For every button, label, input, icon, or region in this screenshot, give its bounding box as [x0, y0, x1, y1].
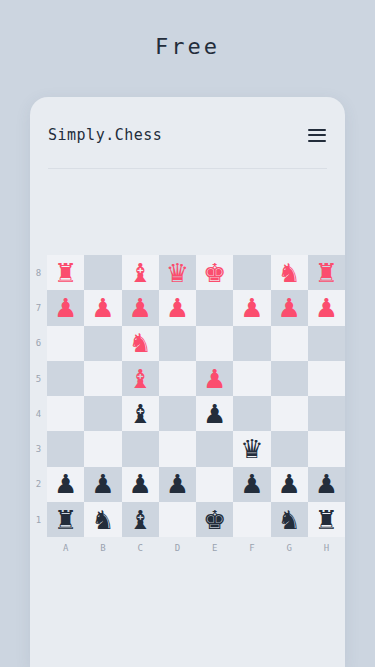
square-c6[interactable]: ♞	[122, 326, 159, 361]
pink-pawn-piece[interactable]: ♟	[203, 366, 226, 392]
square-c4[interactable]: ♝	[122, 396, 159, 431]
file-label-g: G	[271, 537, 308, 556]
square-h8[interactable]: ♜	[308, 255, 345, 290]
dark-queen-piece[interactable]: ♛	[240, 436, 263, 462]
square-f3[interactable]: ♛	[233, 431, 270, 466]
pink-pawn-piece[interactable]: ♟	[91, 295, 114, 321]
rank-label-3: 3	[30, 431, 47, 466]
square-h7[interactable]: ♟	[308, 290, 345, 325]
square-d7[interactable]: ♟	[159, 290, 196, 325]
square-g2[interactable]: ♟	[271, 467, 308, 502]
square-e7[interactable]	[196, 290, 233, 325]
square-f1[interactable]	[233, 502, 270, 537]
square-b6[interactable]	[84, 326, 121, 361]
pink-bishop-piece[interactable]: ♝	[128, 366, 151, 392]
square-d2[interactable]: ♟	[159, 467, 196, 502]
dark-pawn-piece[interactable]: ♟	[277, 471, 300, 497]
menu-button[interactable]	[306, 123, 328, 147]
pink-pawn-piece[interactable]: ♟	[315, 295, 338, 321]
square-d1[interactable]	[159, 502, 196, 537]
header-divider	[48, 168, 327, 169]
square-c1[interactable]: ♝	[122, 502, 159, 537]
pink-king-piece[interactable]: ♚	[203, 260, 226, 286]
square-c3[interactable]	[122, 431, 159, 466]
square-e5[interactable]: ♟	[196, 361, 233, 396]
square-e3[interactable]	[196, 431, 233, 466]
game-card: Simply.Chess 8♜♝♛♚♞♜7♟♟♟♟♟♟♟6♞5♝♟4♝♟3♛2♟…	[30, 97, 345, 667]
dark-rook-piece[interactable]: ♜	[54, 507, 77, 533]
dark-pawn-piece[interactable]: ♟	[54, 471, 77, 497]
file-label-a: A	[47, 537, 84, 556]
file-label-h: H	[308, 537, 345, 556]
pink-pawn-piece[interactable]: ♟	[54, 295, 77, 321]
pink-pawn-piece[interactable]: ♟	[166, 295, 189, 321]
square-g8[interactable]: ♞	[271, 255, 308, 290]
square-c8[interactable]: ♝	[122, 255, 159, 290]
square-d3[interactable]	[159, 431, 196, 466]
pink-knight-piece[interactable]: ♞	[277, 260, 300, 286]
square-a3[interactable]	[47, 431, 84, 466]
square-b7[interactable]: ♟	[84, 290, 121, 325]
square-e2[interactable]	[196, 467, 233, 502]
file-label-b: B	[84, 537, 121, 556]
square-f4[interactable]	[233, 396, 270, 431]
square-e6[interactable]	[196, 326, 233, 361]
pink-bishop-piece[interactable]: ♝	[128, 260, 151, 286]
square-e8[interactable]: ♚	[196, 255, 233, 290]
square-h6[interactable]	[308, 326, 345, 361]
page: Free Simply.Chess 8♜♝♛♚♞♜7♟♟♟♟♟♟♟6♞5♝♟4♝…	[0, 0, 375, 59]
square-b1[interactable]: ♞	[84, 502, 121, 537]
square-e1[interactable]: ♚	[196, 502, 233, 537]
dark-pawn-piece[interactable]: ♟	[315, 471, 338, 497]
square-f8[interactable]	[233, 255, 270, 290]
square-h3[interactable]	[308, 431, 345, 466]
dark-knight-piece[interactable]: ♞	[277, 507, 300, 533]
card-header: Simply.Chess	[30, 97, 345, 147]
square-g7[interactable]: ♟	[271, 290, 308, 325]
dark-pawn-piece[interactable]: ♟	[166, 471, 189, 497]
dark-rook-piece[interactable]: ♜	[315, 507, 338, 533]
file-label-f: F	[233, 537, 270, 556]
dark-pawn-piece[interactable]: ♟	[203, 401, 226, 427]
rank-label-4: 4	[30, 396, 47, 431]
square-g6[interactable]	[271, 326, 308, 361]
dark-king-piece[interactable]: ♚	[203, 507, 226, 533]
square-c2[interactable]: ♟	[122, 467, 159, 502]
square-f7[interactable]: ♟	[233, 290, 270, 325]
square-f6[interactable]	[233, 326, 270, 361]
dark-pawn-piece[interactable]: ♟	[240, 471, 263, 497]
rank-label-8: 8	[30, 255, 47, 290]
square-g3[interactable]	[271, 431, 308, 466]
square-a6[interactable]	[47, 326, 84, 361]
square-b8[interactable]	[84, 255, 121, 290]
square-a5[interactable]	[47, 361, 84, 396]
file-label-d: D	[159, 537, 196, 556]
square-h1[interactable]: ♜	[308, 502, 345, 537]
square-e4[interactable]: ♟	[196, 396, 233, 431]
chess-board: 8♜♝♛♚♞♜7♟♟♟♟♟♟♟6♞5♝♟4♝♟3♛2♟♟♟♟♟♟♟1♜♞♝♚♞♜…	[30, 255, 345, 556]
dark-pawn-piece[interactable]: ♟	[91, 471, 114, 497]
square-d6[interactable]	[159, 326, 196, 361]
square-c7[interactable]: ♟	[122, 290, 159, 325]
square-c5[interactable]: ♝	[122, 361, 159, 396]
square-b5[interactable]	[84, 361, 121, 396]
rank-label-7: 7	[30, 290, 47, 325]
square-g5[interactable]	[271, 361, 308, 396]
square-h4[interactable]	[308, 396, 345, 431]
app-title: Simply.Chess	[48, 126, 162, 144]
board-corner-spacer	[30, 537, 47, 556]
square-a4[interactable]	[47, 396, 84, 431]
dark-bishop-piece[interactable]: ♝	[128, 401, 151, 427]
square-h5[interactable]	[308, 361, 345, 396]
square-h2[interactable]: ♟	[308, 467, 345, 502]
pink-rook-piece[interactable]: ♜	[54, 260, 77, 286]
square-b2[interactable]: ♟	[84, 467, 121, 502]
file-label-c: C	[122, 537, 159, 556]
square-b4[interactable]	[84, 396, 121, 431]
square-a8[interactable]: ♜	[47, 255, 84, 290]
square-d5[interactable]	[159, 361, 196, 396]
rank-label-5: 5	[30, 361, 47, 396]
rank-label-2: 2	[30, 467, 47, 502]
square-d4[interactable]	[159, 396, 196, 431]
rank-label-6: 6	[30, 326, 47, 361]
file-label-e: E	[196, 537, 233, 556]
square-b3[interactable]	[84, 431, 121, 466]
page-title: Free	[0, 0, 375, 59]
pink-pawn-piece[interactable]: ♟	[277, 295, 300, 321]
pink-rook-piece[interactable]: ♜	[315, 260, 338, 286]
square-a2[interactable]: ♟	[47, 467, 84, 502]
square-a7[interactable]: ♟	[47, 290, 84, 325]
pink-knight-piece[interactable]: ♞	[128, 330, 151, 356]
square-f2[interactable]: ♟	[233, 467, 270, 502]
pink-pawn-piece[interactable]: ♟	[240, 295, 263, 321]
dark-knight-piece[interactable]: ♞	[91, 507, 114, 533]
pink-queen-piece[interactable]: ♛	[166, 260, 189, 286]
square-a1[interactable]: ♜	[47, 502, 84, 537]
pink-pawn-piece[interactable]: ♟	[128, 295, 151, 321]
square-g1[interactable]: ♞	[271, 502, 308, 537]
square-g4[interactable]	[271, 396, 308, 431]
square-d8[interactable]: ♛	[159, 255, 196, 290]
rank-label-1: 1	[30, 502, 47, 537]
hamburger-icon	[308, 129, 326, 142]
square-f5[interactable]	[233, 361, 270, 396]
dark-bishop-piece[interactable]: ♝	[128, 507, 151, 533]
dark-pawn-piece[interactable]: ♟	[128, 471, 151, 497]
